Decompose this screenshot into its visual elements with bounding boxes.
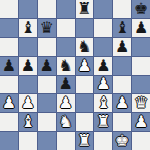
- square-c1[interactable]: [38, 132, 56, 150]
- square-a7[interactable]: [0, 19, 18, 37]
- square-c4[interactable]: [38, 76, 56, 94]
- square-c5[interactable]: ♟: [38, 57, 56, 75]
- piece-white-pawn[interactable]: ♟: [96, 76, 110, 92]
- square-f1[interactable]: [94, 132, 112, 150]
- square-a2[interactable]: [0, 113, 18, 131]
- square-b7[interactable]: ♝: [19, 19, 37, 37]
- square-c3[interactable]: [38, 94, 56, 112]
- square-g6[interactable]: ♟: [113, 38, 131, 56]
- piece-white-pawn[interactable]: ♟: [77, 57, 91, 73]
- square-e1[interactable]: ♜: [76, 132, 94, 150]
- piece-black-pawn[interactable]: ♟: [2, 57, 16, 73]
- square-e8[interactable]: ♜: [76, 0, 94, 18]
- square-b6[interactable]: [19, 38, 37, 56]
- square-b8[interactable]: [19, 0, 37, 18]
- square-c8[interactable]: [38, 0, 56, 18]
- piece-white-queen[interactable]: ♛: [134, 95, 148, 111]
- square-f2[interactable]: ♜: [94, 113, 112, 131]
- square-f3[interactable]: ♝: [94, 94, 112, 112]
- chess-board: ♜♚♝♛♝♟♞♟♟♟♟♞♟♟♟♟♟♟♟♝♟♛♝♞♜♟♜♚: [0, 0, 150, 150]
- piece-black-bishop[interactable]: ♝: [115, 19, 129, 35]
- square-d2[interactable]: ♞: [57, 113, 75, 131]
- square-a5[interactable]: ♟: [0, 57, 18, 75]
- piece-black-pawn[interactable]: ♟: [115, 38, 129, 54]
- piece-white-king[interactable]: ♚: [115, 133, 129, 149]
- square-d8[interactable]: [57, 0, 75, 18]
- square-d6[interactable]: [57, 38, 75, 56]
- square-a1[interactable]: [0, 132, 18, 150]
- piece-white-pawn[interactable]: ♟: [115, 95, 129, 111]
- square-e5[interactable]: ♟: [76, 57, 94, 75]
- square-c2[interactable]: [38, 113, 56, 131]
- piece-white-rook[interactable]: ♜: [77, 133, 91, 149]
- piece-white-pawn[interactable]: ♟: [134, 114, 148, 130]
- piece-black-king[interactable]: ♚: [134, 0, 148, 16]
- piece-white-bishop[interactable]: ♝: [96, 95, 110, 111]
- square-a8[interactable]: [0, 0, 18, 18]
- square-g1[interactable]: ♚: [113, 132, 131, 150]
- square-g4[interactable]: [113, 76, 131, 94]
- square-a6[interactable]: [0, 38, 18, 56]
- square-e6[interactable]: ♞: [76, 38, 94, 56]
- square-h6[interactable]: [132, 38, 150, 56]
- square-d5[interactable]: ♞: [57, 57, 75, 75]
- square-c6[interactable]: [38, 38, 56, 56]
- piece-black-bishop[interactable]: ♝: [21, 19, 35, 35]
- square-h8[interactable]: ♚: [132, 0, 150, 18]
- square-a3[interactable]: ♟: [0, 94, 18, 112]
- square-c7[interactable]: ♛: [38, 19, 56, 37]
- square-g5[interactable]: [113, 57, 131, 75]
- square-g3[interactable]: ♟: [113, 94, 131, 112]
- piece-black-pawn[interactable]: ♟: [96, 57, 110, 73]
- square-d3[interactable]: ♟: [57, 94, 75, 112]
- piece-white-rook[interactable]: ♜: [96, 114, 110, 130]
- square-b4[interactable]: [19, 76, 37, 94]
- square-b5[interactable]: ♟: [19, 57, 37, 75]
- square-g2[interactable]: [113, 113, 131, 131]
- square-e2[interactable]: [76, 113, 94, 131]
- square-a4[interactable]: [0, 76, 18, 94]
- square-f8[interactable]: [94, 0, 112, 18]
- piece-black-pawn[interactable]: ♟: [58, 76, 72, 92]
- piece-white-pawn[interactable]: ♟: [58, 95, 72, 111]
- square-d7[interactable]: [57, 19, 75, 37]
- piece-black-queen[interactable]: ♛: [40, 19, 54, 35]
- square-h7[interactable]: ♟: [132, 19, 150, 37]
- piece-white-knight[interactable]: ♞: [58, 114, 72, 130]
- square-h1[interactable]: [132, 132, 150, 150]
- square-g7[interactable]: ♝: [113, 19, 131, 37]
- piece-white-pawn[interactable]: ♟: [2, 95, 16, 111]
- square-d4[interactable]: ♟: [57, 76, 75, 94]
- square-h4[interactable]: [132, 76, 150, 94]
- square-b1[interactable]: [19, 132, 37, 150]
- piece-black-pawn[interactable]: ♟: [134, 19, 148, 35]
- square-e3[interactable]: [76, 94, 94, 112]
- piece-white-bishop[interactable]: ♝: [21, 114, 35, 130]
- square-b2[interactable]: ♝: [19, 113, 37, 131]
- square-e4[interactable]: [76, 76, 94, 94]
- square-h5[interactable]: [132, 57, 150, 75]
- piece-white-pawn[interactable]: ♟: [21, 95, 35, 111]
- piece-black-knight[interactable]: ♞: [58, 57, 72, 73]
- piece-black-pawn[interactable]: ♟: [40, 57, 54, 73]
- square-f7[interactable]: [94, 19, 112, 37]
- piece-black-knight[interactable]: ♞: [77, 38, 91, 54]
- square-f6[interactable]: [94, 38, 112, 56]
- square-b3[interactable]: ♟: [19, 94, 37, 112]
- square-g8[interactable]: [113, 0, 131, 18]
- square-f4[interactable]: ♟: [94, 76, 112, 94]
- piece-black-pawn[interactable]: ♟: [21, 57, 35, 73]
- square-d1[interactable]: [57, 132, 75, 150]
- square-e7[interactable]: [76, 19, 94, 37]
- piece-black-rook[interactable]: ♜: [77, 0, 91, 16]
- square-f5[interactable]: ♟: [94, 57, 112, 75]
- square-h2[interactable]: ♟: [132, 113, 150, 131]
- square-h3[interactable]: ♛: [132, 94, 150, 112]
